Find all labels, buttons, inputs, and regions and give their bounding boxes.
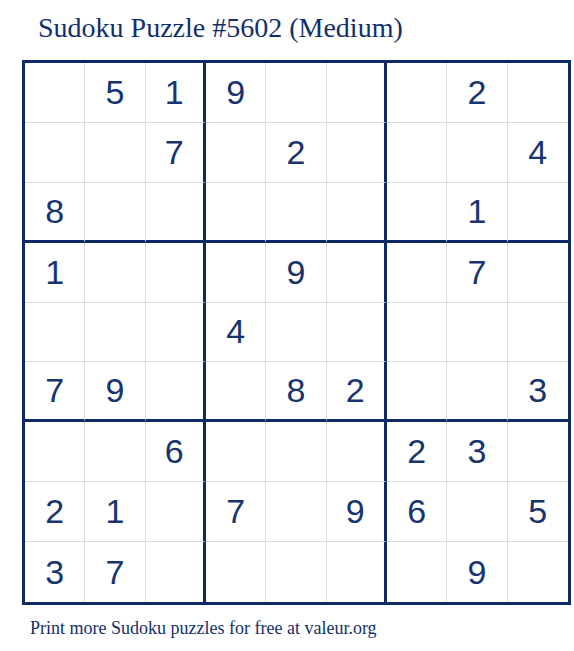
cell-r4c6 xyxy=(327,243,387,303)
cell-r9c5 xyxy=(266,542,326,602)
cell-r9c6 xyxy=(327,542,387,602)
cell-r2c3: 7 xyxy=(146,123,206,183)
cell-r8c5 xyxy=(266,482,326,542)
cell-r1c2: 5 xyxy=(85,63,145,123)
puzzle-title: Sudoku Puzzle #5602 (Medium) xyxy=(38,12,574,44)
cell-r2c7 xyxy=(387,123,447,183)
cell-r3c9 xyxy=(508,183,568,243)
cell-r6c5: 8 xyxy=(266,362,326,422)
cell-r8c3 xyxy=(146,482,206,542)
cell-r6c7 xyxy=(387,362,447,422)
cell-r2c4 xyxy=(206,123,266,183)
cell-r3c7 xyxy=(387,183,447,243)
cell-r7c2 xyxy=(85,422,145,482)
cell-r6c3 xyxy=(146,362,206,422)
cell-r6c4 xyxy=(206,362,266,422)
cell-r9c4 xyxy=(206,542,266,602)
cell-r3c2 xyxy=(85,183,145,243)
cell-r3c3 xyxy=(146,183,206,243)
cell-r1c4: 9 xyxy=(206,63,266,123)
cell-r4c5: 9 xyxy=(266,243,326,303)
cell-r3c6 xyxy=(327,183,387,243)
cell-r7c7: 2 xyxy=(387,422,447,482)
cell-r9c1: 3 xyxy=(25,542,85,602)
cell-r1c6 xyxy=(327,63,387,123)
sudoku-board: 519272481197479823623217965379 xyxy=(22,60,571,605)
cell-r9c2: 7 xyxy=(85,542,145,602)
cell-r2c5: 2 xyxy=(266,123,326,183)
cell-r4c2 xyxy=(85,243,145,303)
cell-r8c9: 5 xyxy=(508,482,568,542)
cell-r5c5 xyxy=(266,303,326,363)
cell-r6c6: 2 xyxy=(327,362,387,422)
cell-r4c8: 7 xyxy=(447,243,507,303)
cell-r2c1 xyxy=(25,123,85,183)
cell-r5c3 xyxy=(146,303,206,363)
cell-r5c7 xyxy=(387,303,447,363)
cell-r9c9 xyxy=(508,542,568,602)
cell-r8c7: 6 xyxy=(387,482,447,542)
cell-r7c8: 3 xyxy=(447,422,507,482)
cell-r1c8: 2 xyxy=(447,63,507,123)
cell-r5c1 xyxy=(25,303,85,363)
cell-r7c6 xyxy=(327,422,387,482)
cell-r1c7 xyxy=(387,63,447,123)
cell-r1c1 xyxy=(25,63,85,123)
cell-r9c8: 9 xyxy=(447,542,507,602)
cell-r1c5 xyxy=(266,63,326,123)
cell-r3c4 xyxy=(206,183,266,243)
cell-r4c9 xyxy=(508,243,568,303)
cell-r5c9 xyxy=(508,303,568,363)
cell-r7c5 xyxy=(266,422,326,482)
cell-r2c6 xyxy=(327,123,387,183)
cell-r5c4: 4 xyxy=(206,303,266,363)
cell-r8c2: 1 xyxy=(85,482,145,542)
cell-r8c8 xyxy=(447,482,507,542)
cell-r8c4: 7 xyxy=(206,482,266,542)
cell-r2c9: 4 xyxy=(508,123,568,183)
cell-r6c9: 3 xyxy=(508,362,568,422)
cell-r2c2 xyxy=(85,123,145,183)
cell-r7c9 xyxy=(508,422,568,482)
cell-r3c8: 1 xyxy=(447,183,507,243)
cell-r4c3 xyxy=(146,243,206,303)
cell-r7c1 xyxy=(25,422,85,482)
cell-r7c3: 6 xyxy=(146,422,206,482)
cell-r9c3 xyxy=(146,542,206,602)
cell-r8c1: 2 xyxy=(25,482,85,542)
cell-r1c9 xyxy=(508,63,568,123)
cell-r9c7 xyxy=(387,542,447,602)
cell-r5c6 xyxy=(327,303,387,363)
cell-r3c1: 8 xyxy=(25,183,85,243)
cell-r3c5 xyxy=(266,183,326,243)
cell-r6c2: 9 xyxy=(85,362,145,422)
cell-r8c6: 9 xyxy=(327,482,387,542)
cell-r6c8 xyxy=(447,362,507,422)
cell-r2c8 xyxy=(447,123,507,183)
cell-r4c1: 1 xyxy=(25,243,85,303)
cell-r5c2 xyxy=(85,303,145,363)
cell-r6c1: 7 xyxy=(25,362,85,422)
cell-r1c3: 1 xyxy=(146,63,206,123)
cell-r7c4 xyxy=(206,422,266,482)
footer-text: Print more Sudoku puzzles for free at va… xyxy=(30,618,574,639)
cell-r5c8 xyxy=(447,303,507,363)
cell-r4c4 xyxy=(206,243,266,303)
cell-r4c7 xyxy=(387,243,447,303)
